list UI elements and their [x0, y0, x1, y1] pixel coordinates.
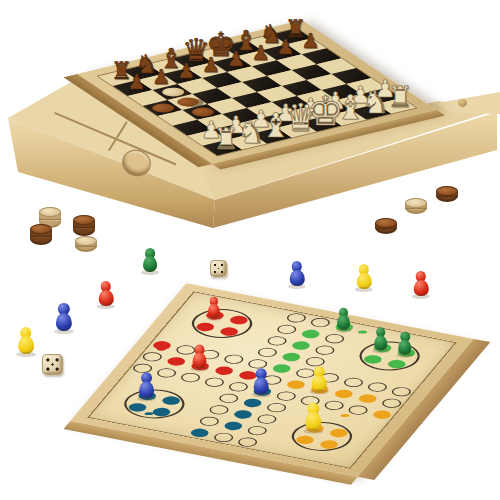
home-ring-blue [117, 386, 193, 422]
pawn-body-yellow [311, 375, 326, 392]
paint-splash-blue [144, 412, 153, 415]
track-circle [227, 381, 250, 392]
checkers-piece-dark[interactable] [436, 186, 458, 202]
track-circle [390, 386, 413, 397]
track-circle [275, 324, 298, 335]
game-pawn-green[interactable] [143, 248, 157, 272]
chess-piece-dark-p[interactable]: ♟ [201, 54, 219, 75]
pawn-body-yellow [357, 273, 372, 290]
checkers-piece-light[interactable] [75, 236, 97, 252]
game-pawn-red[interactable] [414, 271, 429, 296]
pawn-body-blue [56, 313, 72, 331]
pawn-body-blue [290, 270, 305, 287]
chess-piece-light-r[interactable]: ♜ [212, 125, 238, 154]
track-circle [313, 345, 336, 356]
pawn-body-green [337, 315, 350, 329]
ludo-pawn-green[interactable] [375, 327, 388, 350]
chess-piece-dark-p[interactable]: ♟ [176, 60, 194, 81]
pawn-body-green [399, 340, 412, 355]
track-circle [222, 354, 245, 365]
ludo-pawn-yellow[interactable] [311, 366, 326, 391]
scene: ♜♞♟♝♟♚♟♛♟♝♟♞♟♜♟♟♟♟♜♟♞♟♝♟♚♟♛♟♝♟♞♜ [0, 0, 500, 500]
game-pawn-blue[interactable] [56, 303, 72, 331]
home-ring-green [352, 338, 428, 374]
track-circle-green [299, 329, 322, 340]
chess-piece-light-r[interactable]: ♜ [386, 83, 412, 112]
pawn-body-red [99, 290, 114, 307]
paint-splash-yellow [340, 414, 349, 417]
box-knob [458, 99, 467, 107]
checkers-piece-light[interactable] [405, 198, 427, 214]
pawn-body-green [143, 256, 157, 272]
game-pawn-blue[interactable] [290, 261, 305, 286]
ludo-pawn-red[interactable] [192, 344, 206, 368]
checkers-piece-dark[interactable] [30, 224, 52, 245]
die[interactable] [42, 354, 63, 375]
track-circle [236, 437, 259, 448]
track-circle [347, 405, 370, 416]
ludo-pawn-yellow[interactable] [306, 403, 322, 431]
home-ring-red [184, 305, 260, 341]
paint-splash-green [358, 331, 367, 334]
track-circle [141, 351, 164, 362]
track-circle-green [290, 340, 313, 351]
track-circle-blue [232, 409, 255, 420]
pawn-body-yellow [18, 336, 34, 354]
chess-piece-dark-p[interactable]: ♟ [151, 66, 169, 87]
pawn-body-red [414, 280, 429, 297]
track-circle-yellow [371, 409, 394, 420]
track-circle-yellow [284, 379, 307, 390]
chess-piece-dark-p[interactable]: ♟ [226, 49, 244, 70]
track-circle [366, 382, 389, 393]
game-pawn-yellow[interactable] [18, 327, 34, 354]
track-circle [208, 404, 231, 415]
track-circle-red [213, 365, 236, 376]
ludo-board [70, 283, 474, 477]
chess-piece-dark-p[interactable]: ♟ [127, 72, 145, 93]
pawn-body-red [208, 304, 220, 318]
track-circle [203, 377, 226, 388]
pawn-body-blue [139, 381, 154, 398]
pawn-body-blue [254, 377, 269, 394]
track-circle [246, 425, 269, 436]
track-circle [198, 416, 221, 427]
die[interactable] [210, 260, 227, 277]
home-ring-yellow [284, 418, 360, 454]
track-circle [217, 393, 240, 404]
track-circle [255, 414, 278, 425]
ludo-pawn-blue[interactable] [254, 368, 269, 394]
ludo-pawn-blue[interactable] [139, 372, 154, 398]
track-circle-blue [241, 397, 264, 408]
track-circle [323, 400, 346, 411]
chess-piece-dark-p[interactable]: ♟ [276, 37, 294, 58]
track-circle [266, 335, 289, 346]
checkers-piece-dark[interactable] [375, 218, 397, 234]
track-circle-red [165, 356, 188, 367]
track-circle [275, 391, 298, 402]
chess-piece-dark-p[interactable]: ♟ [251, 43, 269, 64]
track-circle-green [270, 363, 293, 374]
pawn-body-yellow [306, 413, 322, 431]
track-circle [309, 317, 332, 328]
track-circle [265, 402, 288, 413]
track-circle-yellow [332, 388, 355, 399]
ludo-pawn-green[interactable] [337, 308, 350, 330]
pawn-body-red [192, 353, 206, 369]
track-circle [212, 432, 235, 443]
chess-piece-dark-p[interactable]: ♟ [301, 31, 319, 52]
track-circle-blue [222, 420, 245, 431]
track-circle [342, 377, 365, 388]
ludo-pawn-red[interactable] [208, 297, 220, 318]
track-circle-blue [188, 427, 211, 438]
track-circle [323, 333, 346, 344]
chess-piece-light-n[interactable]: ♞ [236, 117, 264, 148]
checkers-piece-dark[interactable] [73, 215, 95, 236]
track-circle-yellow [356, 393, 379, 404]
track-circle [155, 367, 178, 378]
track-circle [256, 347, 279, 358]
game-pawn-red[interactable] [99, 281, 114, 306]
pawn-body-green [375, 335, 388, 350]
track-circle [179, 372, 202, 383]
ludo-pawn-green[interactable] [399, 332, 412, 355]
track-circle [285, 312, 308, 323]
game-pawn-yellow[interactable] [357, 264, 372, 289]
track-circle [380, 398, 403, 409]
track-circle-green [280, 352, 303, 363]
